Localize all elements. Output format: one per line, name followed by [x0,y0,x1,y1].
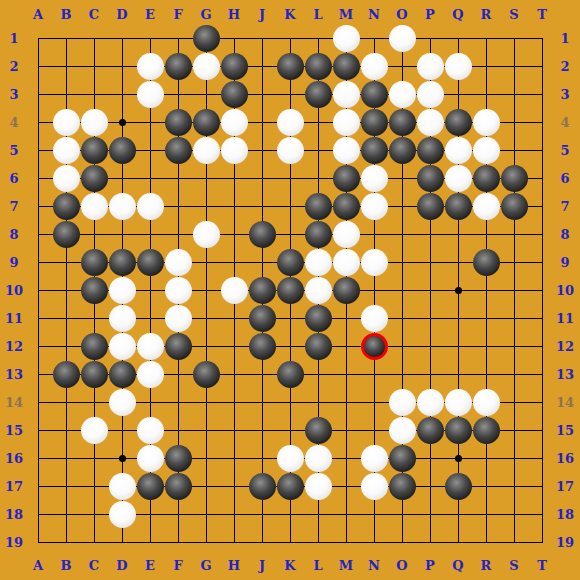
black-stone-G1[interactable] [193,25,220,52]
point-S19[interactable] [500,528,528,556]
point-O5[interactable] [388,136,416,164]
point-C19[interactable] [80,528,108,556]
point-B18[interactable] [52,500,80,528]
point-M6[interactable] [332,164,360,192]
black-stone-C9[interactable] [81,249,108,276]
point-J3[interactable] [248,80,276,108]
point-S7[interactable] [500,192,528,220]
point-D1[interactable] [108,24,136,52]
point-N9[interactable] [360,248,388,276]
point-T2[interactable] [528,52,556,80]
point-O2[interactable] [388,52,416,80]
point-O12[interactable] [388,332,416,360]
white-stone-D18[interactable] [109,501,136,528]
point-L11[interactable] [304,304,332,332]
point-M8[interactable] [332,220,360,248]
point-O18[interactable] [388,500,416,528]
white-stone-D12[interactable] [109,333,136,360]
point-F11[interactable] [164,304,192,332]
black-stone-R15[interactable] [473,417,500,444]
point-M9[interactable] [332,248,360,276]
point-E10[interactable] [136,276,164,304]
point-K5[interactable] [276,136,304,164]
point-C8[interactable] [80,220,108,248]
point-F2[interactable] [164,52,192,80]
black-stone-L12[interactable] [305,333,332,360]
point-G17[interactable] [192,472,220,500]
point-L1[interactable] [304,24,332,52]
point-R15[interactable] [472,416,500,444]
point-E2[interactable] [136,52,164,80]
point-L14[interactable] [304,388,332,416]
point-O8[interactable] [388,220,416,248]
point-H10[interactable] [220,276,248,304]
black-stone-K2[interactable] [277,53,304,80]
point-A1[interactable] [24,24,52,52]
point-M19[interactable] [332,528,360,556]
point-D11[interactable] [108,304,136,332]
point-G13[interactable] [192,360,220,388]
point-S18[interactable] [500,500,528,528]
point-B17[interactable] [52,472,80,500]
point-H7[interactable] [220,192,248,220]
point-B4[interactable] [52,108,80,136]
point-B15[interactable] [52,416,80,444]
black-stone-C5[interactable] [81,137,108,164]
point-C4[interactable] [80,108,108,136]
point-N5[interactable] [360,136,388,164]
black-stone-N3[interactable] [361,81,388,108]
point-Q1[interactable] [444,24,472,52]
point-L12[interactable] [304,332,332,360]
black-stone-J10[interactable] [249,277,276,304]
point-M17[interactable] [332,472,360,500]
white-stone-N9[interactable] [361,249,388,276]
white-stone-O1[interactable] [389,25,416,52]
point-K14[interactable] [276,388,304,416]
white-stone-N17[interactable] [361,473,388,500]
point-G2[interactable] [192,52,220,80]
point-S12[interactable] [500,332,528,360]
point-N16[interactable] [360,444,388,472]
point-L9[interactable] [304,248,332,276]
black-stone-M10[interactable] [333,277,360,304]
point-R11[interactable] [472,304,500,332]
point-F3[interactable] [164,80,192,108]
point-A14[interactable] [24,388,52,416]
point-C11[interactable] [80,304,108,332]
point-S15[interactable] [500,416,528,444]
white-stone-H4[interactable] [221,109,248,136]
point-K19[interactable] [276,528,304,556]
point-G11[interactable] [192,304,220,332]
white-stone-N16[interactable] [361,445,388,472]
white-stone-O14[interactable] [389,389,416,416]
point-E3[interactable] [136,80,164,108]
point-A19[interactable] [24,528,52,556]
point-F17[interactable] [164,472,192,500]
white-stone-D11[interactable] [109,305,136,332]
black-stone-F2[interactable] [165,53,192,80]
point-R5[interactable] [472,136,500,164]
point-D6[interactable] [108,164,136,192]
point-B19[interactable] [52,528,80,556]
white-stone-Q5[interactable] [445,137,472,164]
point-J1[interactable] [248,24,276,52]
point-G19[interactable] [192,528,220,556]
black-stone-N4[interactable] [361,109,388,136]
point-S1[interactable] [500,24,528,52]
point-K4[interactable] [276,108,304,136]
point-C13[interactable] [80,360,108,388]
point-N12[interactable] [360,332,388,360]
black-stone-D9[interactable] [109,249,136,276]
white-stone-E15[interactable] [137,417,164,444]
point-J17[interactable] [248,472,276,500]
point-B11[interactable] [52,304,80,332]
point-G12[interactable] [192,332,220,360]
point-R14[interactable] [472,388,500,416]
point-S4[interactable] [500,108,528,136]
white-stone-D17[interactable] [109,473,136,500]
point-H6[interactable] [220,164,248,192]
point-N3[interactable] [360,80,388,108]
point-P10[interactable] [416,276,444,304]
point-T12[interactable] [528,332,556,360]
point-A7[interactable] [24,192,52,220]
point-P12[interactable] [416,332,444,360]
point-P15[interactable] [416,416,444,444]
point-O15[interactable] [388,416,416,444]
black-stone-K10[interactable] [277,277,304,304]
point-B9[interactable] [52,248,80,276]
black-stone-J11[interactable] [249,305,276,332]
point-G18[interactable] [192,500,220,528]
point-P11[interactable] [416,304,444,332]
point-F8[interactable] [164,220,192,248]
white-stone-H10[interactable] [221,277,248,304]
white-stone-O15[interactable] [389,417,416,444]
black-stone-C10[interactable] [81,277,108,304]
point-F16[interactable] [164,444,192,472]
point-G14[interactable] [192,388,220,416]
point-K13[interactable] [276,360,304,388]
black-stone-C6[interactable] [81,165,108,192]
point-D5[interactable] [108,136,136,164]
white-stone-M1[interactable] [333,25,360,52]
white-stone-E2[interactable] [137,53,164,80]
point-C14[interactable] [80,388,108,416]
point-C18[interactable] [80,500,108,528]
white-stone-O3[interactable] [389,81,416,108]
black-stone-F4[interactable] [165,109,192,136]
point-J12[interactable] [248,332,276,360]
point-E6[interactable] [136,164,164,192]
white-stone-L9[interactable] [305,249,332,276]
point-S10[interactable] [500,276,528,304]
point-L2[interactable] [304,52,332,80]
point-E11[interactable] [136,304,164,332]
point-O4[interactable] [388,108,416,136]
point-A16[interactable] [24,444,52,472]
black-stone-L8[interactable] [305,221,332,248]
point-C17[interactable] [80,472,108,500]
point-C9[interactable] [80,248,108,276]
black-stone-Q4[interactable] [445,109,472,136]
point-Q18[interactable] [444,500,472,528]
point-D10[interactable] [108,276,136,304]
point-Q2[interactable] [444,52,472,80]
point-L15[interactable] [304,416,332,444]
black-stone-S7[interactable] [501,193,528,220]
point-C6[interactable] [80,164,108,192]
point-G10[interactable] [192,276,220,304]
point-S2[interactable] [500,52,528,80]
point-C1[interactable] [80,24,108,52]
point-H3[interactable] [220,80,248,108]
point-F5[interactable] [164,136,192,164]
point-E15[interactable] [136,416,164,444]
point-D14[interactable] [108,388,136,416]
point-N17[interactable] [360,472,388,500]
point-M11[interactable] [332,304,360,332]
point-T10[interactable] [528,276,556,304]
point-C12[interactable] [80,332,108,360]
point-T15[interactable] [528,416,556,444]
point-R4[interactable] [472,108,500,136]
point-T13[interactable] [528,360,556,388]
black-stone-E9[interactable] [137,249,164,276]
white-stone-C15[interactable] [81,417,108,444]
point-O10[interactable] [388,276,416,304]
point-G6[interactable] [192,164,220,192]
point-J18[interactable] [248,500,276,528]
white-stone-R14[interactable] [473,389,500,416]
point-S8[interactable] [500,220,528,248]
point-T6[interactable] [528,164,556,192]
point-A13[interactable] [24,360,52,388]
point-F13[interactable] [164,360,192,388]
black-stone-O16[interactable] [389,445,416,472]
white-stone-F11[interactable] [165,305,192,332]
point-R19[interactable] [472,528,500,556]
point-J7[interactable] [248,192,276,220]
point-E1[interactable] [136,24,164,52]
point-P8[interactable] [416,220,444,248]
point-O9[interactable] [388,248,416,276]
point-A6[interactable] [24,164,52,192]
point-K8[interactable] [276,220,304,248]
point-G5[interactable] [192,136,220,164]
point-L4[interactable] [304,108,332,136]
black-stone-M7[interactable] [333,193,360,220]
point-E8[interactable] [136,220,164,248]
point-O17[interactable] [388,472,416,500]
point-D15[interactable] [108,416,136,444]
white-stone-R4[interactable] [473,109,500,136]
white-stone-N6[interactable] [361,165,388,192]
point-O1[interactable] [388,24,416,52]
point-L3[interactable] [304,80,332,108]
point-G1[interactable] [192,24,220,52]
point-A2[interactable] [24,52,52,80]
point-Q3[interactable] [444,80,472,108]
point-P6[interactable] [416,164,444,192]
black-stone-J17[interactable] [249,473,276,500]
point-G8[interactable] [192,220,220,248]
black-stone-Q7[interactable] [445,193,472,220]
point-D16[interactable] [108,444,136,472]
point-T7[interactable] [528,192,556,220]
point-L8[interactable] [304,220,332,248]
point-H17[interactable] [220,472,248,500]
black-stone-P7[interactable] [417,193,444,220]
point-O6[interactable] [388,164,416,192]
point-E17[interactable] [136,472,164,500]
white-stone-P4[interactable] [417,109,444,136]
point-F9[interactable] [164,248,192,276]
point-R16[interactable] [472,444,500,472]
point-F12[interactable] [164,332,192,360]
black-stone-M6[interactable] [333,165,360,192]
white-stone-G5[interactable] [193,137,220,164]
black-stone-H2[interactable] [221,53,248,80]
point-S14[interactable] [500,388,528,416]
point-H1[interactable] [220,24,248,52]
point-E9[interactable] [136,248,164,276]
black-stone-S6[interactable] [501,165,528,192]
point-Q17[interactable] [444,472,472,500]
point-D3[interactable] [108,80,136,108]
point-T19[interactable] [528,528,556,556]
point-Q15[interactable] [444,416,472,444]
white-stone-M3[interactable] [333,81,360,108]
point-H19[interactable] [220,528,248,556]
white-stone-B6[interactable] [53,165,80,192]
point-T11[interactable] [528,304,556,332]
point-P7[interactable] [416,192,444,220]
point-A18[interactable] [24,500,52,528]
white-stone-M9[interactable] [333,249,360,276]
point-F18[interactable] [164,500,192,528]
point-T14[interactable] [528,388,556,416]
point-B1[interactable] [52,24,80,52]
white-stone-E12[interactable] [137,333,164,360]
point-K3[interactable] [276,80,304,108]
white-stone-D14[interactable] [109,389,136,416]
point-N2[interactable] [360,52,388,80]
white-stone-R7[interactable] [473,193,500,220]
white-stone-R5[interactable] [473,137,500,164]
white-stone-G2[interactable] [193,53,220,80]
point-F6[interactable] [164,164,192,192]
point-R18[interactable] [472,500,500,528]
point-N18[interactable] [360,500,388,528]
white-stone-K4[interactable] [277,109,304,136]
point-Q14[interactable] [444,388,472,416]
white-stone-Q14[interactable] [445,389,472,416]
point-B6[interactable] [52,164,80,192]
point-E5[interactable] [136,136,164,164]
point-D12[interactable] [108,332,136,360]
point-E16[interactable] [136,444,164,472]
point-L10[interactable] [304,276,332,304]
black-stone-O17[interactable] [389,473,416,500]
point-J9[interactable] [248,248,276,276]
point-R1[interactable] [472,24,500,52]
point-T8[interactable] [528,220,556,248]
point-P16[interactable] [416,444,444,472]
point-G7[interactable] [192,192,220,220]
black-stone-K13[interactable] [277,361,304,388]
point-O11[interactable] [388,304,416,332]
white-stone-D10[interactable] [109,277,136,304]
point-H13[interactable] [220,360,248,388]
point-N6[interactable] [360,164,388,192]
point-M4[interactable] [332,108,360,136]
point-M1[interactable] [332,24,360,52]
black-stone-F5[interactable] [165,137,192,164]
white-stone-C4[interactable] [81,109,108,136]
black-stone-G4[interactable] [193,109,220,136]
white-stone-L17[interactable] [305,473,332,500]
point-F14[interactable] [164,388,192,416]
point-H14[interactable] [220,388,248,416]
point-B3[interactable] [52,80,80,108]
point-S17[interactable] [500,472,528,500]
point-H18[interactable] [220,500,248,528]
point-L13[interactable] [304,360,332,388]
point-D2[interactable] [108,52,136,80]
black-stone-D13[interactable] [109,361,136,388]
point-L16[interactable] [304,444,332,472]
black-stone-K17[interactable] [277,473,304,500]
point-T18[interactable] [528,500,556,528]
point-H15[interactable] [220,416,248,444]
point-L6[interactable] [304,164,332,192]
point-C5[interactable] [80,136,108,164]
black-stone-O5[interactable] [389,137,416,164]
point-R12[interactable] [472,332,500,360]
point-K7[interactable] [276,192,304,220]
point-D8[interactable] [108,220,136,248]
black-stone-C13[interactable] [81,361,108,388]
point-Q9[interactable] [444,248,472,276]
point-B2[interactable] [52,52,80,80]
black-stone-P6[interactable] [417,165,444,192]
point-N1[interactable] [360,24,388,52]
point-G3[interactable] [192,80,220,108]
black-stone-L3[interactable] [305,81,332,108]
white-stone-M4[interactable] [333,109,360,136]
point-Q10[interactable] [444,276,472,304]
white-stone-B4[interactable] [53,109,80,136]
point-R6[interactable] [472,164,500,192]
point-S9[interactable] [500,248,528,276]
black-stone-L2[interactable] [305,53,332,80]
black-stone-P5[interactable] [417,137,444,164]
point-J6[interactable] [248,164,276,192]
white-stone-M8[interactable] [333,221,360,248]
point-M15[interactable] [332,416,360,444]
white-stone-L10[interactable] [305,277,332,304]
point-B13[interactable] [52,360,80,388]
black-stone-K9[interactable] [277,249,304,276]
black-stone-J8[interactable] [249,221,276,248]
point-T4[interactable] [528,108,556,136]
black-stone-R6[interactable] [473,165,500,192]
point-C7[interactable] [80,192,108,220]
